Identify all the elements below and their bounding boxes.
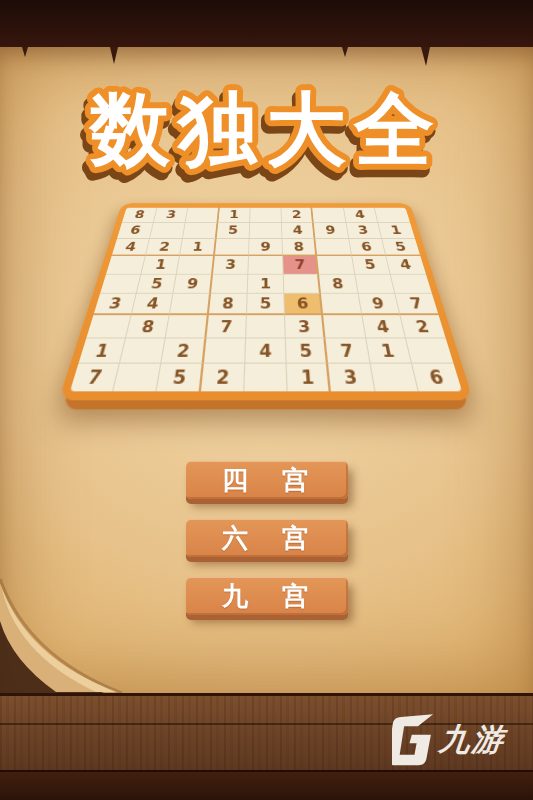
paper-tear — [342, 47, 348, 57]
sudoku-cell-r8c6: 5 — [286, 339, 329, 364]
sudoku-cell-r6c4: 8 — [208, 294, 247, 315]
sudoku-cell-r3c4 — [215, 239, 250, 256]
sudoku-cell-r3c8: 6 — [349, 239, 386, 256]
sudoku-cell-r6c2: 4 — [132, 294, 174, 315]
sudoku-cell-r2c7: 9 — [314, 223, 349, 239]
sudoku-cell-r2c4: 5 — [216, 223, 250, 239]
sudoku-cell-r4c3 — [177, 256, 214, 274]
sudoku-cell-r9c7: 3 — [329, 364, 375, 391]
sudoku-cell-r4c9: 4 — [386, 256, 426, 274]
sudoku-cell-r5c6 — [284, 274, 322, 294]
sudoku-cell-r2c8: 3 — [346, 223, 382, 239]
sudoku-cell-r7c6: 3 — [285, 316, 326, 339]
sudoku-cell-r5c7: 8 — [319, 274, 358, 294]
six-grid-button[interactable]: 六 宫 — [186, 519, 348, 557]
sudoku-cell-r5c3: 9 — [174, 274, 213, 294]
sudoku-cell-r1c7 — [312, 208, 346, 223]
sudoku-cell-r1c5 — [250, 208, 282, 223]
sudoku-cell-r6c1: 3 — [93, 294, 137, 315]
sudoku-cell-r6c8: 9 — [358, 294, 400, 315]
sudoku-cell-r5c5: 1 — [248, 274, 285, 294]
sudoku-cell-r9c5 — [244, 364, 288, 391]
sudoku-cell-r3c2: 2 — [146, 239, 183, 256]
sudoku-cell-r7c5 — [246, 316, 286, 339]
sudoku-cell-r1c4: 1 — [218, 208, 251, 223]
paper-tear — [22, 47, 28, 57]
sudoku-cell-r8c1: 1 — [78, 339, 126, 364]
sudoku-cell-r2c3 — [183, 223, 218, 239]
sudoku-cell-r2c1: 6 — [117, 223, 154, 239]
sudoku-cell-r1c9 — [374, 208, 410, 223]
sudoku-cell-r2c5 — [249, 223, 282, 239]
sudoku-cell-r4c8: 5 — [352, 256, 391, 274]
sudoku-cell-r3c3: 1 — [180, 239, 216, 256]
title-art: 数独大全 数独大全 — [0, 62, 533, 192]
sudoku-cell-r6c3 — [170, 294, 211, 315]
page-title: 数独大全 数独大全 — [0, 62, 533, 192]
sudoku-cell-r3c9: 5 — [382, 239, 420, 256]
sudoku-cell-r4c7 — [317, 256, 354, 274]
sudoku-cell-r1c3 — [186, 208, 220, 223]
sudoku-cell-r2c9: 1 — [378, 223, 415, 239]
sudoku-cell-r7c7 — [324, 316, 366, 339]
sudoku-cell-r6c9: 7 — [395, 294, 439, 315]
sudoku-cell-r7c4: 7 — [206, 316, 247, 339]
sudoku-cell-r9c9: 6 — [412, 364, 462, 391]
sudoku-cell-r1c1: 8 — [122, 208, 158, 223]
sudoku-cell-r7c8: 4 — [362, 316, 406, 339]
sudoku-cell-r3c5: 9 — [249, 239, 283, 256]
wood-base — [0, 770, 533, 800]
sudoku-cell-r4c4: 3 — [213, 256, 249, 274]
sudoku-grid: 8312465493142198651375459183485697873421… — [70, 208, 462, 392]
sudoku-cell-r1c2: 3 — [154, 208, 189, 223]
sudoku-cell-r2c6: 4 — [282, 223, 316, 239]
sudoku-cell-r6c6: 6 — [284, 294, 323, 315]
publisher-logo: 九游 — [392, 712, 530, 768]
top-bar — [0, 0, 533, 47]
sudoku-cell-r9c2 — [113, 364, 161, 391]
sudoku-cell-r4c6: 7 — [283, 256, 319, 274]
sudoku-cell-r2c2 — [150, 223, 186, 239]
sudoku-cell-r8c3: 2 — [162, 339, 206, 364]
sudoku-cell-r8c8: 1 — [366, 339, 412, 364]
board-frame: 8312465493142198651375459183485697873421… — [59, 203, 474, 400]
9game-logo-icon — [392, 714, 434, 766]
sudoku-cell-r4c1 — [106, 256, 146, 274]
sudoku-cell-r3c6: 8 — [283, 239, 318, 256]
page-curl — [0, 573, 132, 693]
sudoku-cell-r5c9 — [390, 274, 432, 294]
sudoku-cell-r7c3 — [166, 316, 208, 339]
sudoku-cell-r9c4: 2 — [201, 364, 246, 391]
sudoku-cell-r6c5: 5 — [247, 294, 285, 315]
sudoku-cell-r8c2 — [120, 339, 166, 364]
sudoku-cell-r9c8 — [370, 364, 418, 391]
sudoku-cell-r7c2: 8 — [126, 316, 170, 339]
sudoku-cell-r6c7 — [321, 294, 362, 315]
sudoku-cell-r1c6: 2 — [281, 208, 314, 223]
sudoku-cell-r5c8 — [355, 274, 395, 294]
sudoku-cell-r4c2: 1 — [142, 256, 181, 274]
sudoku-cell-r3c1: 4 — [112, 239, 150, 256]
sudoku-cell-r8c5: 4 — [245, 339, 287, 364]
sudoku-cell-r5c4 — [211, 274, 249, 294]
sudoku-cell-r5c1 — [100, 274, 142, 294]
four-grid-button[interactable]: 四 宫 — [186, 461, 348, 499]
sudoku-cell-r3c7 — [316, 239, 352, 256]
nine-grid-button[interactable]: 九 宫 — [186, 577, 348, 615]
sudoku-cell-r4c5 — [248, 256, 284, 274]
svg-text:数独大全: 数独大全 — [88, 83, 442, 176]
sudoku-board: 8312465493142198651375459183485697873421… — [59, 203, 474, 400]
sudoku-cell-r8c9 — [406, 339, 454, 364]
sudoku-cell-r9c6: 1 — [287, 364, 332, 391]
sudoku-cell-r9c1: 7 — [70, 364, 120, 391]
sudoku-cell-r9c3: 5 — [157, 364, 203, 391]
sudoku-cell-r1c8: 4 — [343, 208, 378, 223]
sudoku-cell-r7c9: 2 — [400, 316, 446, 339]
sudoku-cell-r5c2: 5 — [137, 274, 177, 294]
sudoku-cell-r7c1 — [86, 316, 132, 339]
sudoku-cell-r8c7: 7 — [326, 339, 370, 364]
sudoku-cell-r8c4 — [203, 339, 246, 364]
publisher-logo-text: 九游 — [437, 719, 507, 761]
